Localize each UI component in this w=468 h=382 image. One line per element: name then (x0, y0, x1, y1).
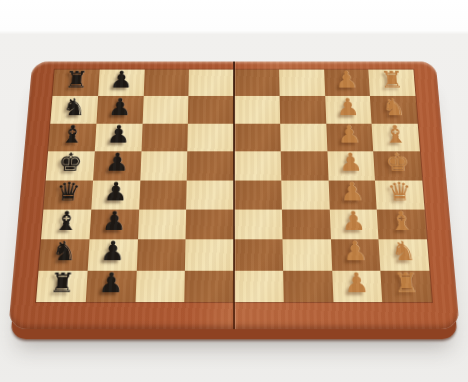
white-bishop: ♝ (383, 123, 408, 147)
square-a8: ♜ (36, 270, 87, 302)
white-knight: ♞ (390, 239, 417, 266)
black-pawn: ♟ (98, 270, 125, 297)
black-knight: ♞ (51, 239, 78, 266)
square-a4 (234, 270, 283, 302)
black-rook: ♜ (48, 270, 75, 297)
white-pawn: ♟ (337, 123, 362, 147)
black-pawn: ♟ (100, 239, 126, 266)
black-pawn: ♟ (103, 179, 129, 204)
chess-board: ♜♟♟♜♞♟♟♞♝♟♟♝♚♟♟♚♛♟♟♛♝♟♟♝♞♟♟♞♜♟♟♜ (8, 61, 460, 329)
square-e4 (234, 151, 281, 180)
square-d4 (234, 180, 282, 209)
square-a2: ♟ (332, 270, 383, 302)
square-c4 (234, 209, 282, 239)
square-c3 (282, 209, 331, 239)
square-c6 (138, 209, 187, 239)
square-g6 (142, 96, 188, 123)
black-king: ♚ (58, 151, 84, 176)
black-knight: ♞ (62, 96, 87, 120)
hinge-seam (233, 61, 235, 329)
square-e5 (187, 151, 234, 180)
square-g3 (279, 96, 325, 123)
white-pawn: ♟ (341, 209, 367, 235)
square-b6 (136, 240, 185, 271)
square-d6 (139, 180, 187, 209)
white-rook: ♜ (392, 270, 419, 297)
square-e3 (280, 151, 328, 180)
black-pawn: ♟ (106, 123, 131, 147)
square-h5 (189, 70, 234, 97)
white-pawn: ♟ (344, 270, 371, 297)
black-pawn: ♟ (104, 151, 129, 176)
square-f3 (280, 123, 327, 151)
square-g5 (188, 96, 234, 123)
black-pawn: ♟ (109, 69, 133, 92)
black-rook: ♜ (64, 69, 89, 92)
square-a3 (283, 270, 333, 302)
white-pawn: ♟ (339, 179, 365, 204)
square-g4 (234, 96, 280, 123)
white-pawn: ♟ (335, 69, 359, 92)
white-rook: ♜ (379, 69, 404, 92)
square-f6 (141, 123, 188, 151)
white-pawn: ♟ (338, 151, 363, 176)
square-b5 (185, 240, 234, 271)
black-queen: ♛ (55, 179, 81, 204)
black-bishop: ♝ (60, 123, 85, 147)
square-h4 (234, 70, 279, 97)
square-e6 (140, 151, 188, 180)
white-pawn: ♟ (342, 239, 368, 266)
square-a6 (135, 270, 185, 302)
white-pawn: ♟ (336, 96, 361, 120)
square-d5 (186, 180, 234, 209)
white-knight: ♞ (381, 96, 406, 120)
square-h3 (279, 70, 325, 97)
square-a5 (185, 270, 234, 302)
square-a7: ♟ (86, 270, 137, 302)
black-pawn: ♟ (101, 209, 127, 235)
square-a1: ♜ (381, 270, 432, 302)
square-f5 (188, 123, 234, 151)
white-king: ♚ (385, 151, 411, 176)
white-queen: ♛ (387, 179, 413, 204)
black-pawn: ♟ (108, 96, 133, 120)
square-h6 (143, 70, 189, 97)
photo-background: ♜♟♟♜♞♟♟♞♝♟♟♝♚♟♟♚♛♟♟♛♝♟♟♝♞♟♟♞♜♟♟♜ (0, 0, 468, 382)
black-bishop: ♝ (53, 209, 79, 235)
square-f4 (234, 123, 280, 151)
white-bishop: ♝ (388, 209, 414, 235)
square-b3 (282, 240, 331, 271)
square-c5 (186, 209, 234, 239)
square-b4 (234, 240, 283, 271)
square-d3 (281, 180, 329, 209)
